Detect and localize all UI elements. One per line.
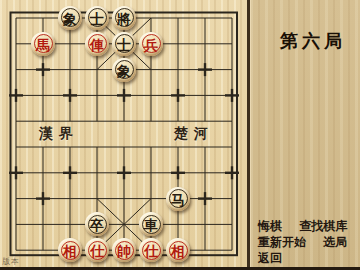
piece-glyph: 馬: [36, 37, 50, 51]
piece-glyph: 士: [90, 11, 104, 25]
piece-glyph: 象: [63, 11, 77, 25]
menu-search-library[interactable]: 查找棋库: [299, 218, 347, 234]
piece-black-general[interactable]: 將: [112, 6, 136, 30]
piece-black-elephant[interactable]: 象: [58, 6, 82, 30]
piece-glyph: 仕: [144, 244, 158, 258]
piece-glyph: 马: [171, 192, 185, 206]
piece-glyph: 相: [63, 244, 77, 258]
piece-black-advisor[interactable]: 士: [85, 6, 109, 30]
piece-black-elephant[interactable]: 象: [112, 58, 136, 82]
menu-restart[interactable]: 重新开始: [258, 234, 306, 250]
piece-red-general[interactable]: 帥: [112, 238, 136, 262]
piece-glyph: 仕: [90, 244, 104, 258]
piece-glyph: 將: [117, 11, 131, 25]
piece-glyph: 卒: [90, 218, 104, 232]
piece-black-chariot[interactable]: 車: [139, 212, 163, 236]
piece-red-advisor[interactable]: 仕: [139, 238, 163, 262]
piece-red-elephant[interactable]: 相: [166, 238, 190, 262]
piece-glyph: 帥: [117, 244, 131, 258]
piece-glyph: 象: [117, 63, 131, 77]
menu-undo[interactable]: 悔棋: [258, 218, 282, 234]
piece-red-chariot[interactable]: 俥: [85, 32, 109, 56]
xiangqi-app-window: 漢界 楚河 象士將馬俥士兵象马卒車相仕帥仕相 版本 第六局 悔棋 查找棋库 重新…: [0, 0, 360, 270]
menu-select-game[interactable]: 选局: [323, 234, 347, 250]
piece-black-horse[interactable]: 马: [166, 187, 190, 211]
piece-glyph: 俥: [90, 37, 104, 51]
xiangqi-board[interactable]: 象士將馬俥士兵象马卒車相仕帥仕相: [3, 5, 246, 263]
piece-red-horse[interactable]: 馬: [31, 32, 55, 56]
menu-row-3: 返回: [258, 250, 358, 266]
piece-red-elephant[interactable]: 相: [58, 238, 82, 262]
piece-black-soldier[interactable]: 卒: [85, 212, 109, 236]
piece-glyph: 士: [117, 37, 131, 51]
piece-red-advisor[interactable]: 仕: [85, 238, 109, 262]
version-watermark: 版本: [2, 256, 20, 267]
game-menu: 悔棋 查找棋库 重新开始 选局 返回: [258, 218, 358, 266]
menu-row-1: 悔棋 查找棋库: [258, 218, 358, 234]
piece-black-advisor[interactable]: 士: [112, 32, 136, 56]
round-title: 第六局: [280, 29, 358, 53]
piece-glyph: 相: [171, 244, 185, 258]
piece-glyph: 兵: [144, 37, 158, 51]
piece-red-soldier[interactable]: 兵: [139, 32, 163, 56]
menu-return[interactable]: 返回: [258, 250, 282, 266]
piece-glyph: 車: [144, 218, 158, 232]
menu-row-2: 重新开始 选局: [258, 234, 358, 250]
